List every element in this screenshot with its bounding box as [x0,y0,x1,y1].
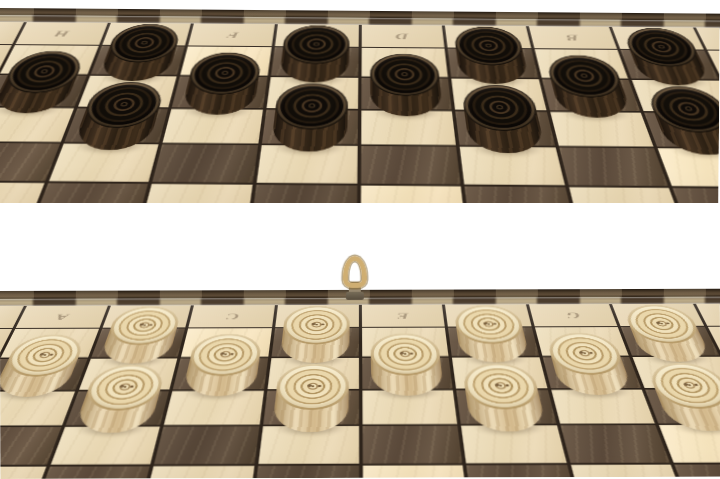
bottom-board: ABCDEFGH1122334455667788⛀⛀⛀⛀⛀⛀⛀⛀⛀⛀⛀⛀ [0,304,720,479]
file-label-cell: C [189,305,275,327]
clasp-ring-icon [343,256,367,288]
board-square-dark [253,465,359,479]
file-label: G [564,310,580,319]
board-square-light [141,184,252,203]
file-label: D [395,31,409,40]
file-label-cell: F [188,24,274,46]
light-checker-piece: ⛀ [280,306,350,363]
board-square-light [0,466,46,479]
board-square-light [569,187,685,203]
file-label: E [396,311,409,320]
rank-label: 8 [0,57,1,60]
board-square-dark [465,186,576,203]
dark-checker-piece: ⛂ [370,54,443,117]
board-square-dark [360,146,460,184]
dark-checker-piece: ⛂ [271,83,349,152]
file-label-cell: B [529,26,618,49]
file-label-cell: H [16,22,108,44]
board-square-dark [251,185,357,203]
board-square-light [360,185,466,203]
file-label: C [225,311,239,320]
file-label: A [54,312,70,321]
board-square-dark [362,426,462,464]
clasp-hinge-plate [346,292,364,300]
board-square-light [0,182,44,203]
dark-checker-piece: ⛂ [279,25,350,83]
board-square-light [362,465,468,479]
light-checker-piece: ⛀ [181,334,263,397]
bottom-board-photo: ABCDEFGH1122334455667788⛀⛀⛀⛀⛀⛀⛀⛀⛀⛀⛀⛀ [0,203,720,479]
file-label: H [53,29,71,38]
board-square-dark [560,425,670,463]
clasp [336,256,376,306]
board-square-dark [466,465,577,479]
dark-checker-piece: ⛂ [180,52,262,115]
file-label: F [225,30,239,39]
light-checker-piece: ⛀ [453,305,531,362]
file-label-cell: D [361,25,444,47]
rank-label: 1 [0,341,2,344]
file-label: B [565,33,580,42]
light-checker-piece: ⛀ [370,333,444,396]
file-label-cell: E [361,305,444,327]
board-square-dark [675,464,720,479]
top-board-photo: HGFEDCBA8877665544332211⛂⛂⛂⛂⛂⛂⛂⛂⛂⛂⛂⛂ [0,0,720,203]
board-square-dark [153,145,258,183]
bottom-board-tilt: ABCDEFGH1122334455667788⛀⛀⛀⛀⛀⛀⛀⛀⛀⛀⛀⛀ [0,203,720,479]
product-photo: HGFEDCBA8877665544332211⛂⛂⛂⛂⛂⛂⛂⛂⛂⛂⛂⛂ ABC… [0,0,720,479]
top-board: HGFEDCBA8877665544332211⛂⛂⛂⛂⛂⛂⛂⛂⛂⛂⛂⛂ [0,22,720,203]
top-board-tilt: HGFEDCBA8877665544332211⛂⛂⛂⛂⛂⛂⛂⛂⛂⛂⛂⛂ [0,0,720,203]
file-label-cell: A [16,306,108,328]
board-square-dark [559,148,669,186]
file-label-cell: G [529,304,618,326]
top-board-viewport: HGFEDCBA8877665544332211⛂⛂⛂⛂⛂⛂⛂⛂⛂⛂⛂⛂ [0,12,720,203]
board-square-light [143,466,254,479]
board-square-dark [673,188,720,203]
board-square-dark [154,426,259,464]
dark-checker-piece: ⛂ [453,26,530,84]
board-square-dark [32,183,149,203]
board-square-light [571,465,687,479]
board-square-dark [34,466,150,479]
light-checker-piece: ⛀ [272,364,349,433]
bottom-board-viewport: ABCDEFGH1122334455667788⛀⛀⛀⛀⛀⛀⛀⛀⛀⛀⛀⛀ [0,293,720,479]
